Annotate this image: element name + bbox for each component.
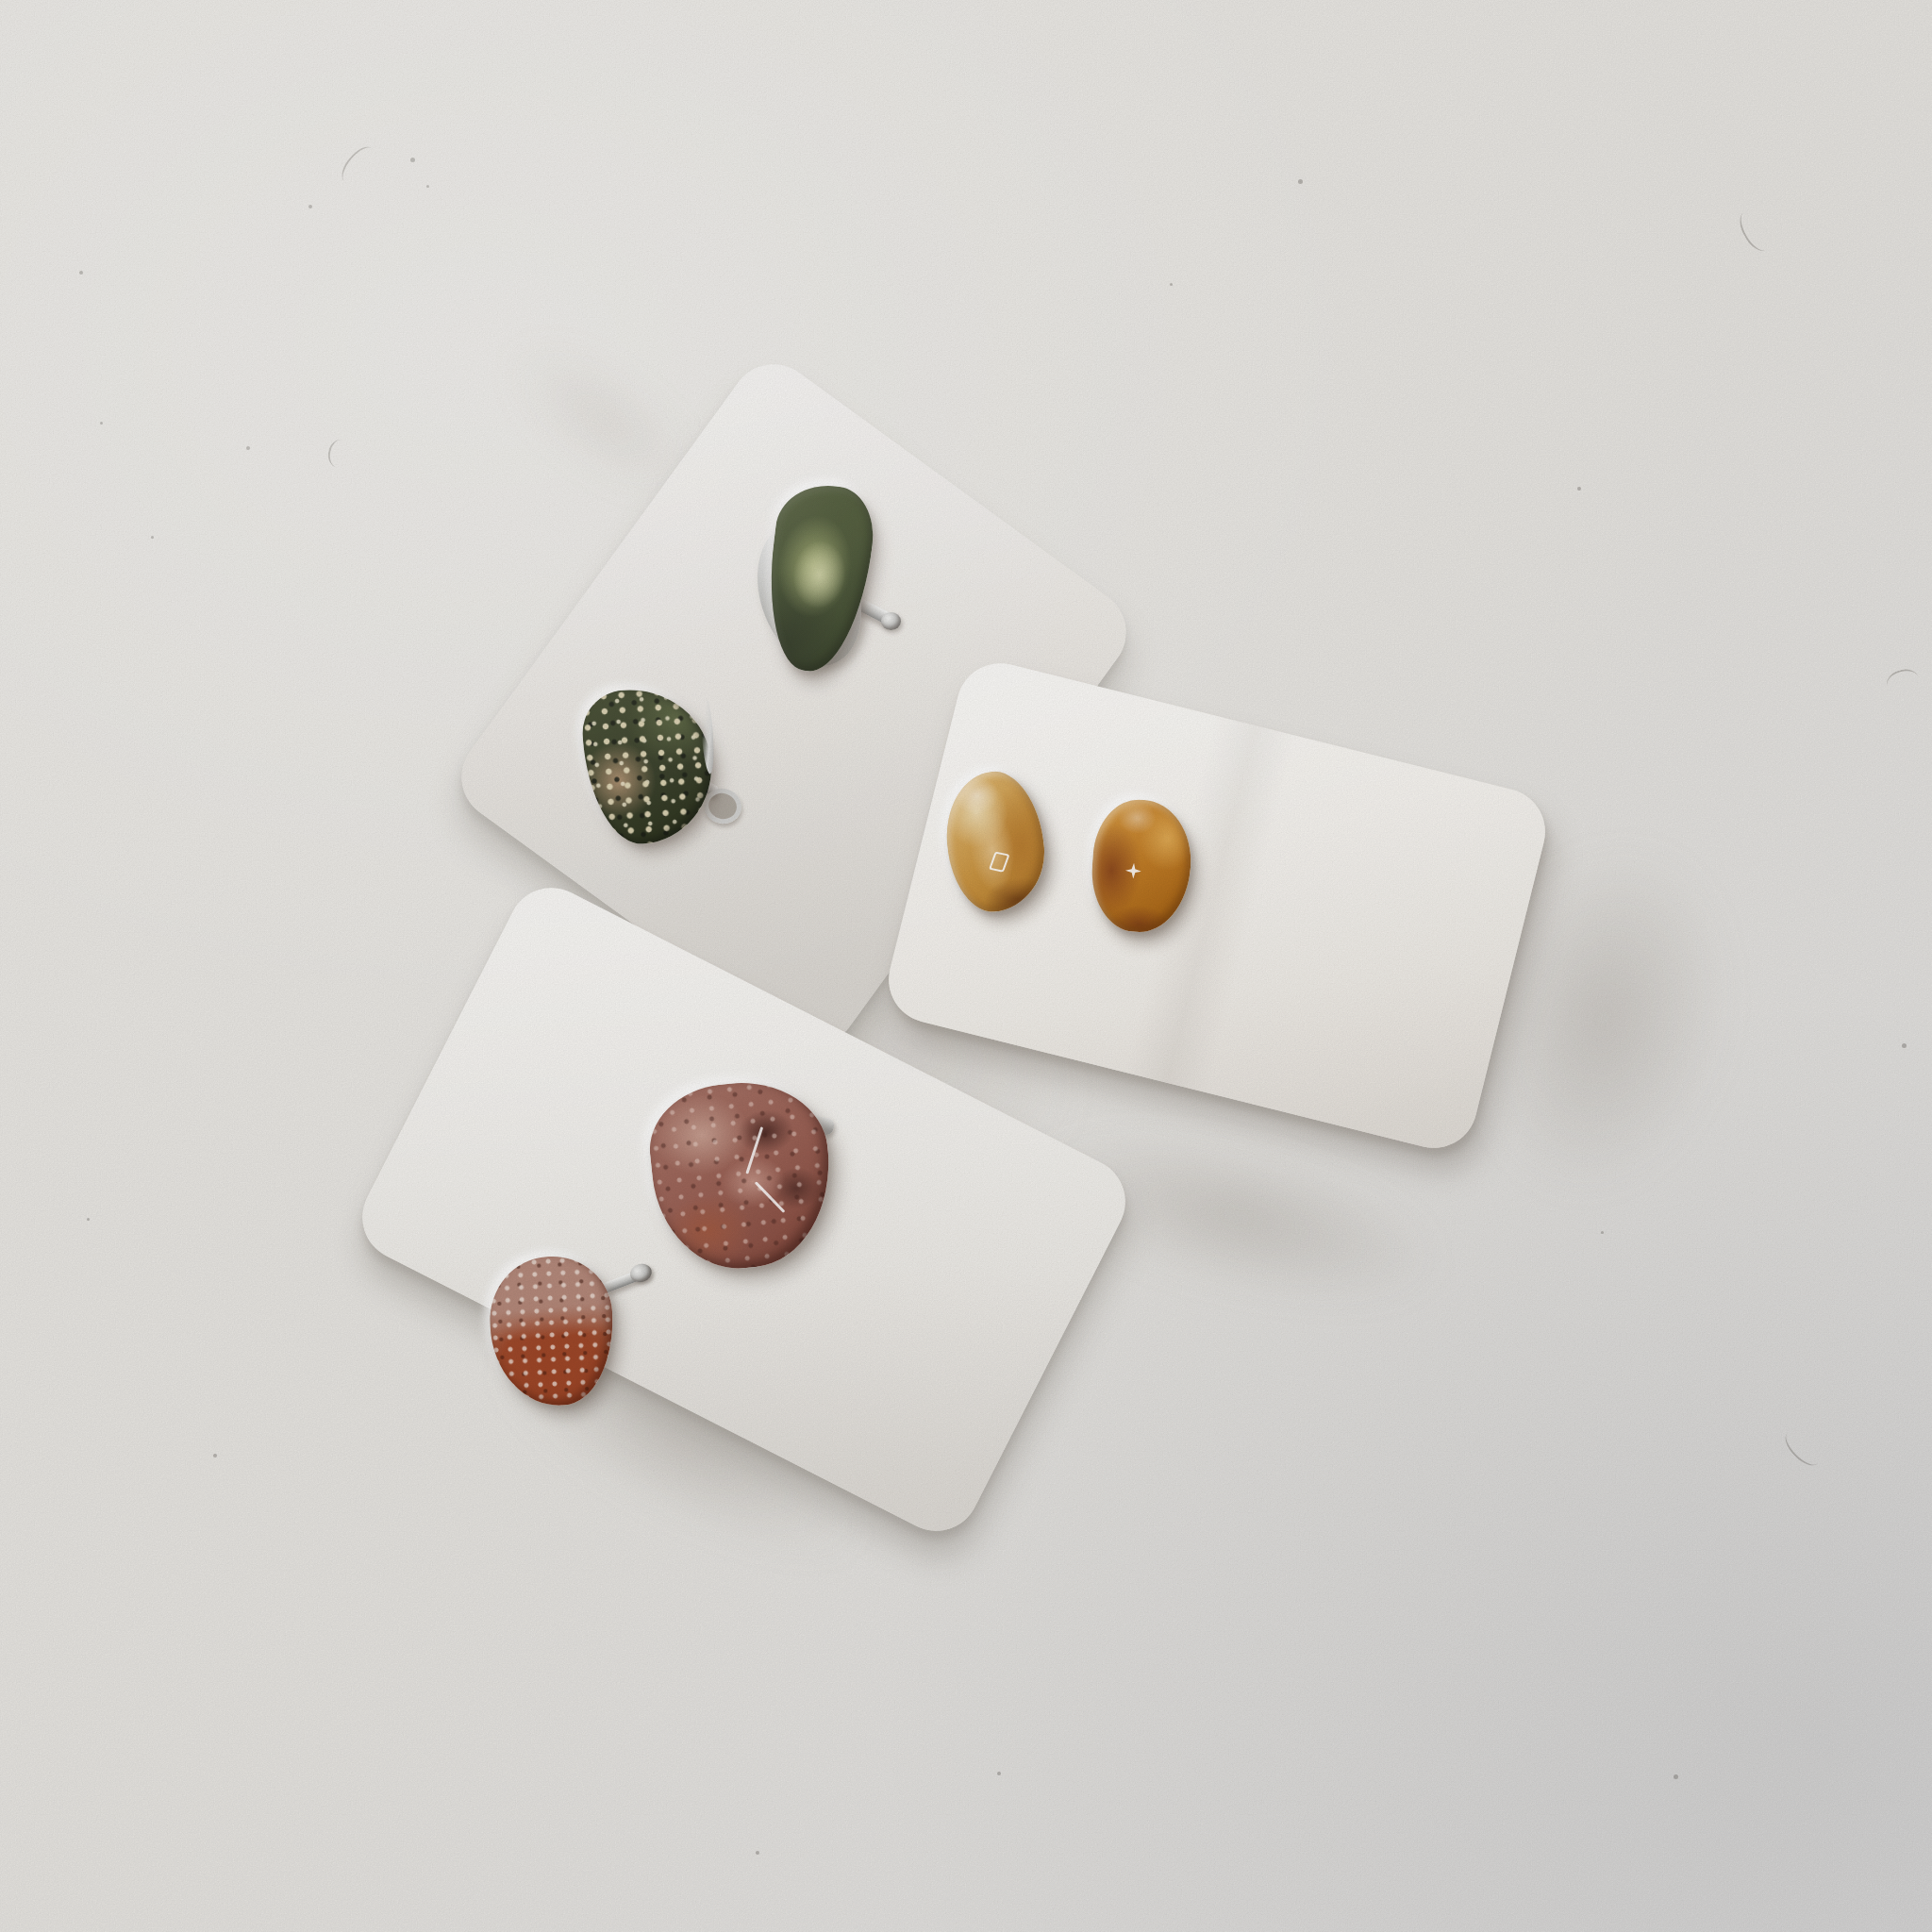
dust-speck <box>756 1851 759 1855</box>
dust-speck <box>1577 487 1581 491</box>
dust-speck <box>1674 1774 1678 1779</box>
dust-speck <box>308 205 312 208</box>
product-photo-scene <box>0 0 1932 1932</box>
dust-speck <box>151 536 154 539</box>
dust-speck <box>87 1218 90 1221</box>
sparkle-glint <box>1124 862 1141 879</box>
dust-speck <box>410 158 415 162</box>
dust-speck <box>79 271 83 275</box>
dust-speck <box>213 1454 217 1457</box>
dust-speck <box>997 1772 1001 1775</box>
dust-speck <box>1902 1043 1907 1048</box>
dust-speck <box>426 185 429 188</box>
silver-clutch-bead <box>881 612 901 630</box>
gloss-glint <box>745 1126 763 1174</box>
diamond-glint <box>989 851 1010 872</box>
dust-speck <box>1298 179 1303 184</box>
dust-speck <box>246 446 250 450</box>
dust-speck <box>100 422 103 425</box>
gloss-glint <box>755 1181 786 1213</box>
dust-speck <box>1170 283 1173 286</box>
